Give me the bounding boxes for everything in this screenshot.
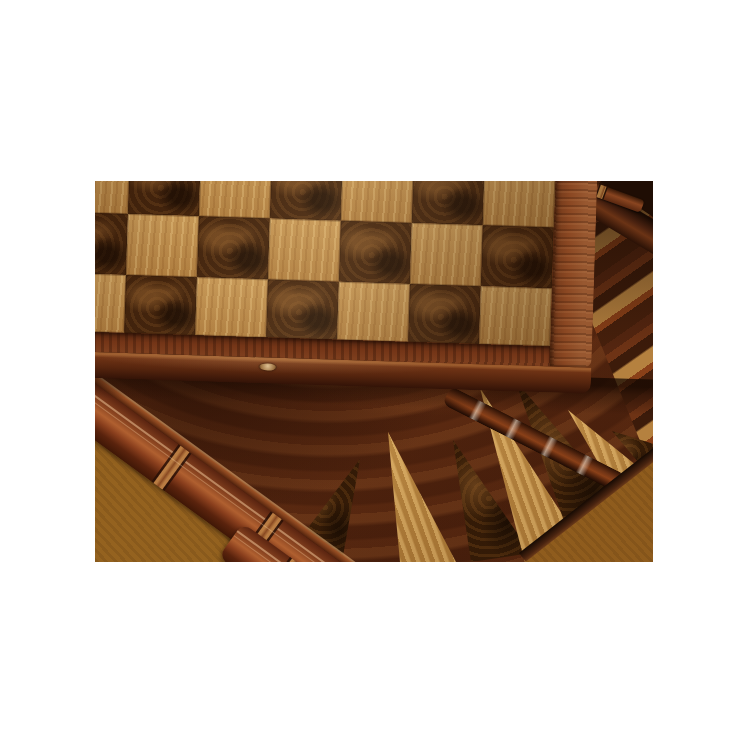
chess-square-light	[341, 181, 414, 223]
chess-square-dark	[412, 181, 485, 225]
chess-square-light	[95, 181, 130, 214]
chess-square-dark	[408, 284, 481, 344]
chess-square-light	[195, 277, 268, 337]
chess-square-dark	[95, 212, 128, 275]
brass-hinge	[259, 363, 276, 371]
chess-square-dark	[270, 181, 343, 221]
chess-square-light	[268, 219, 341, 282]
chess-square-light	[410, 223, 483, 286]
bamboo-ring-icon	[151, 444, 191, 491]
chess-square-light	[95, 273, 126, 333]
chess-square-dark	[128, 181, 201, 216]
chessboard-squares	[95, 181, 556, 346]
backgammon-point-light	[378, 427, 460, 562]
chess-square-dark	[339, 221, 412, 284]
chess-square-dark	[124, 275, 197, 335]
chess-square-light	[483, 181, 556, 227]
chessboard	[95, 181, 598, 394]
chessboard-border-right	[549, 181, 597, 368]
chess-square-light	[337, 282, 410, 342]
chess-square-dark	[481, 225, 554, 288]
chess-square-dark	[197, 216, 270, 279]
chess-square-light	[126, 214, 199, 277]
games-table-photo	[95, 181, 653, 562]
chess-square-dark	[266, 279, 339, 339]
chess-square-light	[199, 181, 272, 219]
page-background	[0, 0, 750, 750]
chess-square-light	[479, 286, 552, 346]
